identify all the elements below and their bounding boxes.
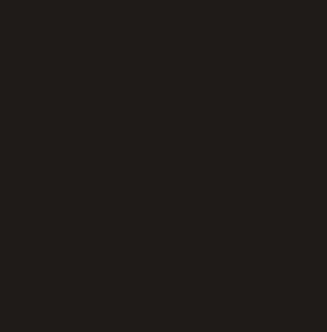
- chess-board: [7, 7, 322, 322]
- board-frame: [0, 0, 327, 332]
